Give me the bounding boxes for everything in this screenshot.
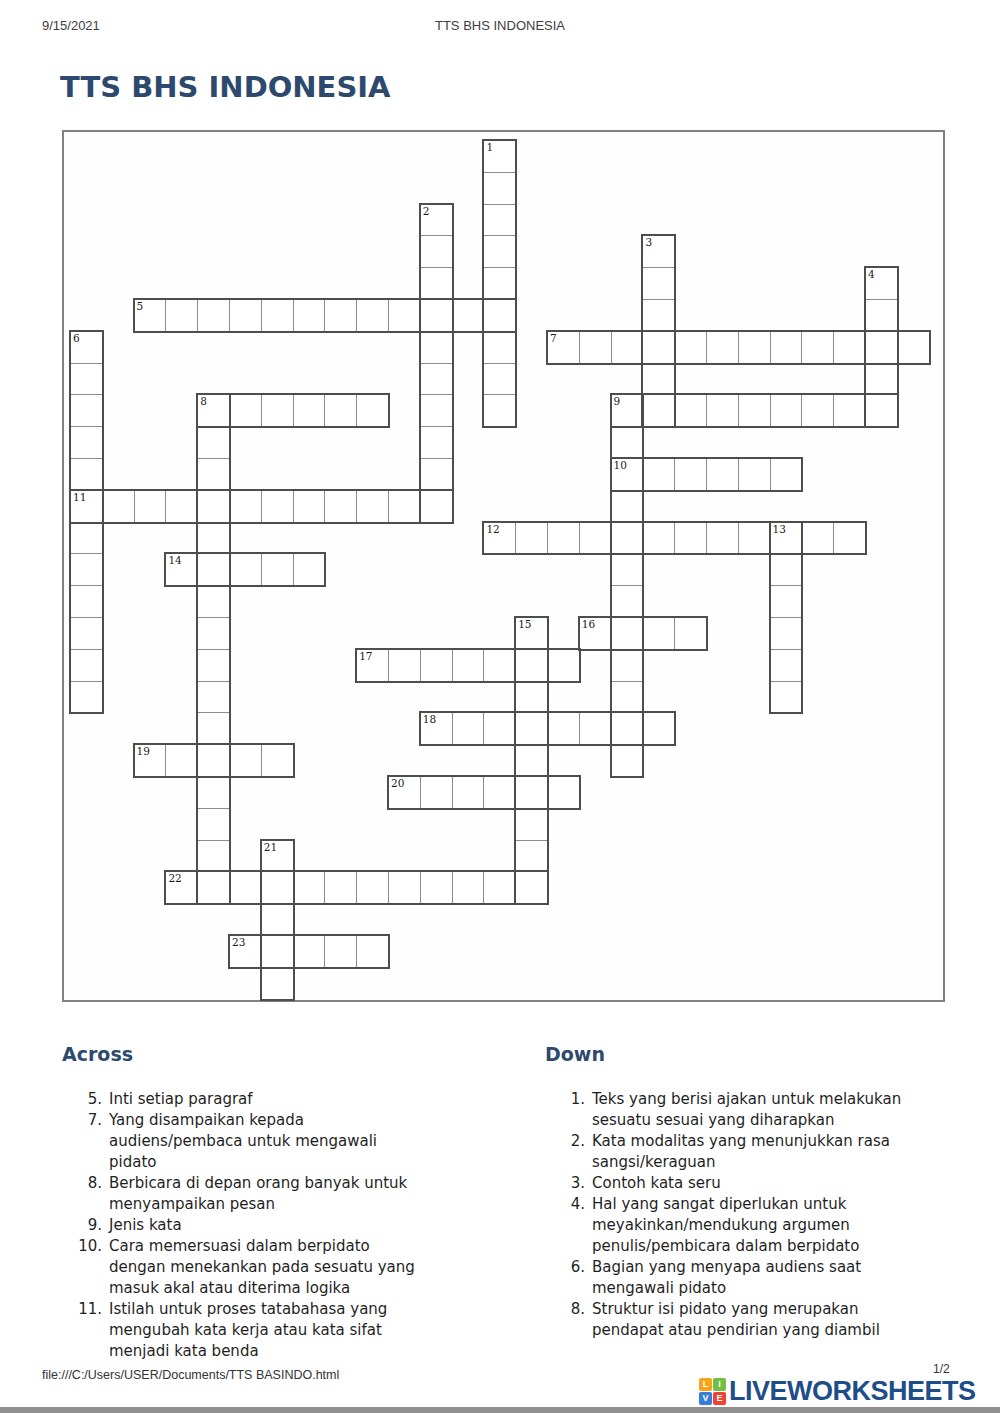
grid-cell[interactable] bbox=[706, 331, 739, 364]
grid-cell[interactable] bbox=[579, 617, 612, 650]
clue-number: 8. bbox=[62, 1173, 109, 1215]
grid-cell[interactable] bbox=[611, 490, 644, 523]
grid-cell[interactable] bbox=[165, 871, 198, 904]
grid-cell[interactable] bbox=[356, 935, 389, 968]
grid-cell[interactable] bbox=[261, 840, 294, 873]
clue-number: 10. bbox=[62, 1236, 109, 1299]
logo-tile-v: V bbox=[699, 1392, 712, 1405]
grid-cell[interactable] bbox=[452, 299, 485, 332]
grid-cell[interactable] bbox=[642, 299, 675, 332]
grid-cell[interactable] bbox=[865, 331, 898, 364]
down-clues-section: Down 1.Teks yang berisi ajakan untuk mel… bbox=[545, 1043, 975, 1341]
clue-item: 10.Cara memersuasi dalam berpidato denga… bbox=[62, 1236, 492, 1299]
grid-cell[interactable] bbox=[324, 299, 357, 332]
grid-cell[interactable] bbox=[865, 394, 898, 427]
grid-cell[interactable] bbox=[134, 299, 167, 332]
liveworksheets-logo-icon: LIVE bbox=[699, 1378, 726, 1405]
grid-cell[interactable] bbox=[261, 967, 294, 1000]
grid-cell[interactable] bbox=[515, 776, 548, 809]
grid-cell[interactable] bbox=[197, 617, 230, 650]
clue-item: 4.Hal yang sangat diperlukan untuk meyak… bbox=[545, 1194, 975, 1257]
grid-cell[interactable] bbox=[547, 649, 580, 682]
grid-cell[interactable] bbox=[102, 490, 135, 523]
grid-cell[interactable] bbox=[70, 553, 103, 586]
grid-cell[interactable] bbox=[642, 267, 675, 300]
grid-cell[interactable] bbox=[483, 871, 516, 904]
grid-cell[interactable] bbox=[706, 522, 739, 555]
grid-cell[interactable] bbox=[452, 871, 485, 904]
grid-cell[interactable] bbox=[388, 490, 421, 523]
grid-cell[interactable] bbox=[865, 299, 898, 332]
grid-cell[interactable] bbox=[770, 458, 803, 491]
grid-cell[interactable] bbox=[642, 331, 675, 364]
clue-text: Berbicara di depan orang banyak untuk me… bbox=[109, 1173, 407, 1215]
grid-cell[interactable] bbox=[770, 617, 803, 650]
grid-cell[interactable] bbox=[770, 585, 803, 618]
grid-cell[interactable] bbox=[738, 522, 771, 555]
clue-number: 9. bbox=[62, 1215, 109, 1236]
grid-cell[interactable] bbox=[324, 871, 357, 904]
clue-text: Jenis kata bbox=[109, 1215, 182, 1236]
grid-cell[interactable] bbox=[197, 649, 230, 682]
brand-wordmark: LIVEWORKSHEETS bbox=[729, 1377, 976, 1405]
grid-cell[interactable] bbox=[261, 394, 294, 427]
clue-item: 8.Berbicara di depan orang banyak untuk … bbox=[62, 1173, 492, 1215]
grid-cell[interactable] bbox=[611, 681, 644, 714]
clue-item: 6.Bagian yang menyapa audiens saat menga… bbox=[545, 1257, 975, 1299]
clue-number: 11. bbox=[62, 1299, 109, 1362]
grid-cell[interactable] bbox=[611, 744, 644, 777]
grid-cell[interactable] bbox=[70, 617, 103, 650]
grid-cell[interactable] bbox=[197, 681, 230, 714]
clue-text: Hal yang sangat diperlukan untuk meyakin… bbox=[592, 1194, 859, 1257]
grid-cell[interactable] bbox=[420, 776, 453, 809]
grid-cell[interactable] bbox=[197, 426, 230, 459]
grid-cell[interactable] bbox=[261, 744, 294, 777]
grid-cell[interactable] bbox=[134, 744, 167, 777]
grid-cell[interactable] bbox=[611, 712, 644, 745]
grid-cell[interactable] bbox=[674, 458, 707, 491]
grid-cell[interactable] bbox=[611, 585, 644, 618]
clue-text: Istilah untuk proses tatabahasa yang men… bbox=[109, 1299, 387, 1362]
grid-cell[interactable] bbox=[293, 394, 326, 427]
clue-item: 2.Kata modalitas yang menunjukkan rasa s… bbox=[545, 1131, 975, 1173]
page-title: TTS BHS INDONESIA bbox=[60, 70, 391, 104]
grid-cell[interactable] bbox=[483, 331, 516, 364]
crossword-board: 1234561178910121314151617181920212223 bbox=[62, 130, 945, 1002]
grid-cell[interactable] bbox=[356, 490, 389, 523]
grid-cell[interactable] bbox=[197, 776, 230, 809]
grid-cell[interactable] bbox=[420, 871, 453, 904]
grid-cell[interactable] bbox=[420, 490, 453, 523]
grid-cell[interactable] bbox=[801, 331, 834, 364]
grid-cell[interactable] bbox=[483, 172, 516, 205]
clue-number: 8. bbox=[545, 1299, 592, 1341]
grid-cell[interactable] bbox=[611, 553, 644, 586]
grid-cell[interactable] bbox=[197, 553, 230, 586]
grid-cell[interactable] bbox=[420, 331, 453, 364]
grid-cell[interactable] bbox=[579, 331, 612, 364]
grid-cell[interactable] bbox=[165, 490, 198, 523]
grid-cell[interactable] bbox=[770, 394, 803, 427]
grid-cell[interactable] bbox=[611, 331, 644, 364]
grid-cell[interactable] bbox=[229, 553, 262, 586]
file-path-text: file:///C:/Users/USER/Documents/TTS BASI… bbox=[42, 1368, 339, 1382]
grid-cell[interactable] bbox=[165, 744, 198, 777]
grid-cell[interactable] bbox=[770, 331, 803, 364]
grid-cell[interactable] bbox=[706, 394, 739, 427]
clue-number: 3. bbox=[545, 1173, 592, 1194]
grid-cell[interactable] bbox=[801, 394, 834, 427]
grid-cell[interactable] bbox=[420, 458, 453, 491]
logo-tile-l: L bbox=[699, 1378, 712, 1391]
grid-cell[interactable] bbox=[70, 394, 103, 427]
clue-number: 5. bbox=[62, 1089, 109, 1110]
grid-cell[interactable] bbox=[770, 649, 803, 682]
grid-cell[interactable] bbox=[515, 522, 548, 555]
grid-cell[interactable] bbox=[229, 490, 262, 523]
grid-cell[interactable] bbox=[261, 553, 294, 586]
clue-text: Cara memersuasi dalam berpidato dengan m… bbox=[109, 1236, 415, 1299]
grid-cell[interactable] bbox=[738, 394, 771, 427]
grid-cell[interactable] bbox=[420, 712, 453, 745]
grid-cell[interactable] bbox=[483, 140, 516, 173]
grid-cell[interactable] bbox=[197, 458, 230, 491]
grid-cell[interactable] bbox=[293, 299, 326, 332]
logo-tile-e: E bbox=[713, 1392, 726, 1405]
clue-text: Inti setiap paragraf bbox=[109, 1089, 253, 1110]
grid-cell[interactable] bbox=[642, 235, 675, 268]
grid-cell[interactable] bbox=[611, 649, 644, 682]
grid-cell[interactable] bbox=[293, 490, 326, 523]
grid-cell[interactable] bbox=[293, 871, 326, 904]
grid-cell[interactable] bbox=[197, 585, 230, 618]
grid-cell[interactable] bbox=[197, 394, 230, 427]
grid-cell[interactable] bbox=[515, 649, 548, 682]
grid-cell[interactable] bbox=[483, 776, 516, 809]
grid-cell[interactable] bbox=[515, 712, 548, 745]
clue-item: 11.Istilah untuk proses tatabahasa yang … bbox=[62, 1299, 492, 1362]
grid-cell[interactable] bbox=[642, 617, 675, 650]
grid-cell[interactable] bbox=[420, 299, 453, 332]
grid-cell[interactable] bbox=[483, 649, 516, 682]
grid-cell[interactable] bbox=[261, 871, 294, 904]
grid-cell[interactable] bbox=[197, 871, 230, 904]
grid-cell[interactable] bbox=[515, 617, 548, 650]
liveworksheets-brand: LIVE LIVEWORKSHEETS bbox=[699, 1376, 976, 1406]
grid-cell[interactable] bbox=[70, 331, 103, 364]
grid-cell[interactable] bbox=[674, 522, 707, 555]
across-clues-section: Across 5.Inti setiap paragraf7.Yang disa… bbox=[62, 1043, 492, 1362]
grid-cell[interactable] bbox=[642, 394, 675, 427]
grid-cell[interactable] bbox=[706, 458, 739, 491]
down-heading: Down bbox=[545, 1043, 975, 1065]
clue-item: 8.Struktur isi pidato yang merupakan pen… bbox=[545, 1299, 975, 1341]
clue-number: 2. bbox=[545, 1131, 592, 1173]
grid-cell[interactable] bbox=[229, 935, 262, 968]
grid-cell[interactable] bbox=[388, 776, 421, 809]
grid-cell[interactable] bbox=[865, 267, 898, 300]
grid-cell[interactable] bbox=[611, 522, 644, 555]
grid-cell[interactable] bbox=[70, 490, 103, 523]
grid-cell[interactable] bbox=[547, 712, 580, 745]
grid-cell[interactable] bbox=[515, 840, 548, 873]
clue-number: 6. bbox=[545, 1257, 592, 1299]
grid-cell[interactable] bbox=[229, 394, 262, 427]
clue-number: 1. bbox=[545, 1089, 592, 1131]
grid-cell[interactable] bbox=[897, 331, 930, 364]
grid-cell[interactable] bbox=[452, 776, 485, 809]
across-clue-list: 5.Inti setiap paragraf7.Yang disampaikan… bbox=[62, 1089, 492, 1362]
grid-cell[interactable] bbox=[738, 331, 771, 364]
grid-cell[interactable] bbox=[420, 363, 453, 396]
print-header: 9/15/2021 TTS BHS INDONESIA bbox=[0, 18, 1000, 38]
grid-cell[interactable] bbox=[388, 649, 421, 682]
grid-cell[interactable] bbox=[770, 522, 803, 555]
grid-cell[interactable] bbox=[197, 712, 230, 745]
grid-cell[interactable] bbox=[197, 744, 230, 777]
grid-cell[interactable] bbox=[356, 299, 389, 332]
grid-cell[interactable] bbox=[611, 458, 644, 491]
grid-cell[interactable] bbox=[324, 394, 357, 427]
grid-cell[interactable] bbox=[483, 299, 516, 332]
grid-cell[interactable] bbox=[515, 681, 548, 714]
clue-text: Kata modalitas yang menunjukkan rasa san… bbox=[592, 1131, 890, 1173]
grid-cell[interactable] bbox=[579, 712, 612, 745]
page-number: 1/2 bbox=[933, 1362, 950, 1376]
grid-cell[interactable] bbox=[261, 490, 294, 523]
grid-cell[interactable] bbox=[515, 871, 548, 904]
grid-cell[interactable] bbox=[70, 649, 103, 682]
grid-cell[interactable] bbox=[547, 522, 580, 555]
grid-cell[interactable] bbox=[801, 522, 834, 555]
grid-cell[interactable] bbox=[611, 426, 644, 459]
grid-cell[interactable] bbox=[70, 585, 103, 618]
grid-cell[interactable] bbox=[388, 871, 421, 904]
grid-cell[interactable] bbox=[197, 490, 230, 523]
grid-cell[interactable] bbox=[229, 299, 262, 332]
grid-cell[interactable] bbox=[420, 267, 453, 300]
grid-cell[interactable] bbox=[197, 808, 230, 841]
grid-cell[interactable] bbox=[642, 363, 675, 396]
grid-cell[interactable] bbox=[483, 394, 516, 427]
grid-cell[interactable] bbox=[515, 744, 548, 777]
grid-cell[interactable] bbox=[324, 935, 357, 968]
grid-cell[interactable] bbox=[483, 363, 516, 396]
clue-item: 7.Yang disampaikan kepada audiens/pembac… bbox=[62, 1110, 492, 1173]
grid-cell[interactable] bbox=[356, 871, 389, 904]
grid-cell[interactable] bbox=[229, 744, 262, 777]
grid-cell[interactable] bbox=[197, 299, 230, 332]
grid-cell[interactable] bbox=[674, 331, 707, 364]
grid-cell[interactable] bbox=[833, 331, 866, 364]
printed-page: 9/15/2021 TTS BHS INDONESIA TTS BHS INDO… bbox=[0, 0, 1000, 1413]
grid-cell[interactable] bbox=[452, 712, 485, 745]
grid-cell[interactable] bbox=[261, 935, 294, 968]
grid-cell[interactable] bbox=[483, 235, 516, 268]
grid-cell[interactable] bbox=[70, 426, 103, 459]
grid-cell[interactable] bbox=[515, 808, 548, 841]
grid-cell[interactable] bbox=[324, 490, 357, 523]
clue-number: 4. bbox=[545, 1194, 592, 1257]
grid-cell[interactable] bbox=[261, 903, 294, 936]
grid-cell[interactable] bbox=[388, 299, 421, 332]
clue-item: 3.Contoh kata seru bbox=[545, 1173, 975, 1194]
grid-cell[interactable] bbox=[70, 458, 103, 491]
down-clue-list: 1.Teks yang berisi ajakan untuk melakuka… bbox=[545, 1089, 975, 1341]
clue-text: Contoh kata seru bbox=[592, 1173, 721, 1194]
logo-tile-i: I bbox=[713, 1378, 726, 1391]
grid-cell[interactable] bbox=[770, 553, 803, 586]
grid-cell[interactable] bbox=[356, 649, 389, 682]
clue-text: Bagian yang menyapa audiens saat mengawa… bbox=[592, 1257, 861, 1299]
grid-cell[interactable] bbox=[70, 681, 103, 714]
clue-item: 9.Jenis kata bbox=[62, 1215, 492, 1236]
next-page-edge bbox=[0, 1407, 1000, 1413]
grid-cell[interactable] bbox=[197, 522, 230, 555]
grid-cell[interactable] bbox=[483, 522, 516, 555]
grid-cell[interactable] bbox=[165, 299, 198, 332]
grid-cell[interactable] bbox=[70, 363, 103, 396]
grid-cell[interactable] bbox=[833, 394, 866, 427]
grid-cell[interactable] bbox=[165, 553, 198, 586]
across-heading: Across bbox=[62, 1043, 492, 1065]
grid-cell[interactable] bbox=[70, 522, 103, 555]
grid-cell[interactable] bbox=[611, 394, 644, 427]
grid-cell[interactable] bbox=[420, 394, 453, 427]
grid-cell[interactable] bbox=[261, 299, 294, 332]
grid-cell[interactable] bbox=[293, 935, 326, 968]
grid-cell[interactable] bbox=[642, 458, 675, 491]
grid-cell[interactable] bbox=[738, 458, 771, 491]
clue-text: Yang disampaikan kepada audiens/pembaca … bbox=[109, 1110, 377, 1173]
clue-text: Struktur isi pidato yang merupakan penda… bbox=[592, 1299, 880, 1341]
grid-cell[interactable] bbox=[483, 712, 516, 745]
grid-cell[interactable] bbox=[483, 204, 516, 237]
grid-cell[interactable] bbox=[642, 712, 675, 745]
clue-item: 1.Teks yang berisi ajakan untuk melakuka… bbox=[545, 1089, 975, 1131]
grid-cell[interactable] bbox=[547, 331, 580, 364]
grid-cell[interactable] bbox=[420, 235, 453, 268]
clue-text: Teks yang berisi ajakan untuk melakukan … bbox=[592, 1089, 901, 1131]
grid-cell[interactable] bbox=[420, 426, 453, 459]
print-doc-title: TTS BHS INDONESIA bbox=[0, 18, 1000, 33]
grid-cell[interactable] bbox=[611, 617, 644, 650]
grid-cell[interactable] bbox=[197, 840, 230, 873]
grid-cell[interactable] bbox=[547, 776, 580, 809]
grid-cell[interactable] bbox=[483, 267, 516, 300]
grid-cell[interactable] bbox=[420, 649, 453, 682]
grid-cell[interactable] bbox=[229, 871, 262, 904]
clue-number: 7. bbox=[62, 1110, 109, 1173]
grid-cell[interactable] bbox=[293, 553, 326, 586]
grid-cell[interactable] bbox=[579, 522, 612, 555]
grid-cell[interactable] bbox=[420, 204, 453, 237]
grid-cell[interactable] bbox=[833, 522, 866, 555]
grid-cell[interactable] bbox=[452, 649, 485, 682]
grid-cell[interactable] bbox=[356, 394, 389, 427]
grid-cell[interactable] bbox=[134, 490, 167, 523]
grid-cell[interactable] bbox=[770, 681, 803, 714]
grid-cell[interactable] bbox=[674, 394, 707, 427]
clue-item: 5.Inti setiap paragraf bbox=[62, 1089, 492, 1110]
grid-cell[interactable] bbox=[674, 617, 707, 650]
grid-cell[interactable] bbox=[642, 522, 675, 555]
grid-cell[interactable] bbox=[865, 363, 898, 396]
